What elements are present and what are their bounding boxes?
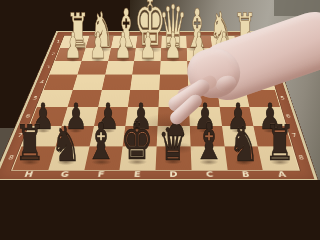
- piece-shadow: [91, 58, 105, 62]
- file-label-f: F: [82, 170, 120, 179]
- square-e5: [128, 90, 159, 107]
- file-label-g: G: [45, 170, 84, 179]
- piece-shadow: [127, 159, 147, 165]
- square-g4: [73, 75, 105, 90]
- file-labels-near-edge: HGFEDCBA: [9, 170, 302, 179]
- file-label-h: H: [9, 170, 48, 179]
- piece-shadow: [101, 129, 115, 133]
- held-pawn-shadow: [161, 142, 195, 154]
- piece-shadow: [137, 45, 162, 53]
- file-label-d: D: [155, 170, 192, 179]
- piece-shadow: [21, 159, 40, 165]
- square-e3: [132, 61, 160, 75]
- piece-shadow: [162, 46, 184, 53]
- piece-shadow: [235, 159, 253, 165]
- piece-shadow: [37, 129, 51, 133]
- piece-shadow: [92, 46, 111, 52]
- square-b6: [219, 107, 253, 126]
- square-f5: [98, 90, 131, 107]
- piece-shadow: [271, 159, 290, 165]
- piece-shadow: [69, 129, 83, 133]
- square-f3: [105, 61, 134, 75]
- piece-shadow: [57, 159, 75, 165]
- piece-shadow: [231, 129, 245, 133]
- piece-shadow: [263, 129, 277, 133]
- piece-shadow: [199, 159, 218, 165]
- square-f4: [101, 75, 132, 90]
- square-g5: [67, 90, 101, 107]
- piece-shadow: [141, 58, 155, 62]
- square-e4: [130, 75, 160, 90]
- file-label-b: B: [227, 170, 265, 179]
- piece-shadow: [167, 58, 181, 62]
- square-g3: [77, 61, 108, 75]
- piece-shadow: [66, 58, 80, 62]
- square-f6: [94, 107, 128, 126]
- square-g8: [48, 147, 89, 170]
- piece-shadow: [116, 58, 130, 62]
- file-label-e: E: [119, 170, 156, 179]
- file-label-a: A: [263, 170, 301, 179]
- square-g6: [62, 107, 98, 126]
- square-d3: [160, 61, 188, 75]
- file-label-c: C: [191, 170, 228, 179]
- piece-shadow: [92, 159, 111, 165]
